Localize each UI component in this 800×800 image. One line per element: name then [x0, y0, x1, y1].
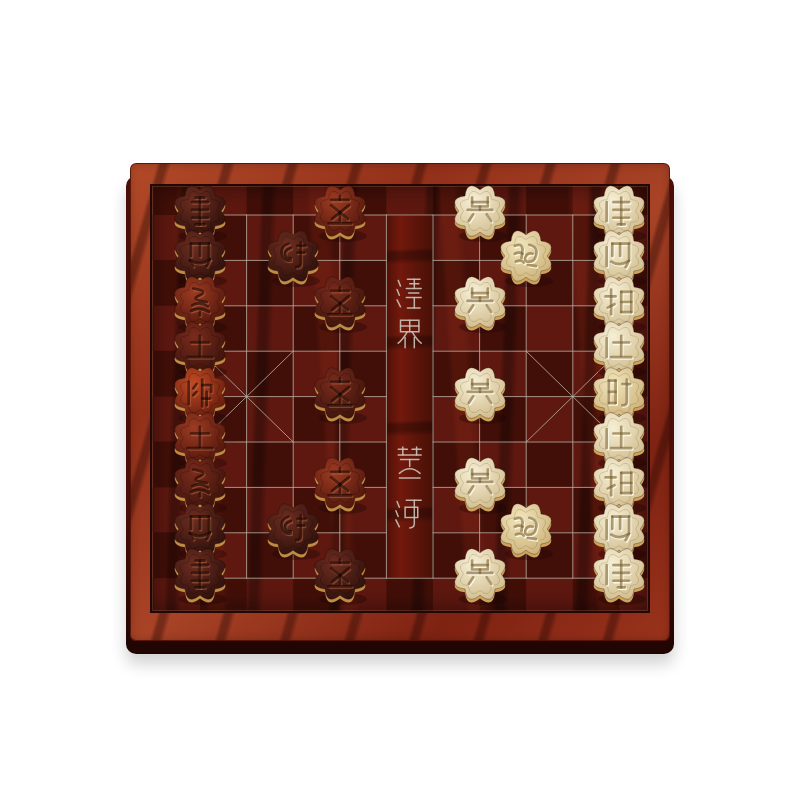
piece-light-soldier[interactable]: [452, 363, 508, 425]
piece-dark-soldier[interactable]: [312, 544, 368, 606]
playing-field: [150, 184, 650, 613]
pieces-layer: [150, 184, 650, 613]
product-photo: [0, 0, 800, 800]
piece-light-soldier[interactable]: [452, 272, 508, 334]
piece-light-soldier[interactable]: [452, 544, 508, 606]
piece-dark-soldier[interactable]: [312, 272, 368, 334]
xiangqi-board: [130, 163, 670, 641]
piece-dark-chariot[interactable]: [172, 544, 228, 606]
piece-light-chariot[interactable]: [591, 544, 647, 606]
piece-dark-soldier[interactable]: [312, 363, 368, 425]
